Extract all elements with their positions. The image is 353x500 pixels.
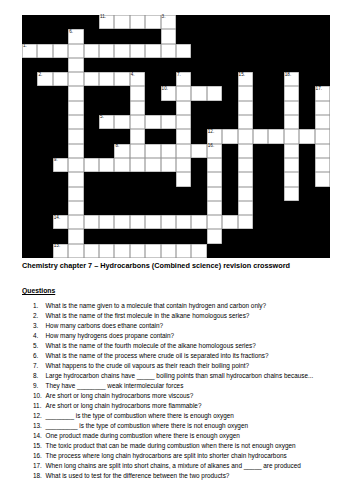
block-cell xyxy=(222,144,237,158)
block-cell xyxy=(299,101,314,115)
cell-r2c2[interactable] xyxy=(53,44,68,58)
block-cell xyxy=(176,229,191,243)
cell-r4c7[interactable]: 4. xyxy=(130,72,145,86)
cell-r9c14[interactable] xyxy=(238,144,253,158)
cell-r9c3[interactable] xyxy=(68,144,83,158)
block-cell xyxy=(315,72,330,86)
block-cell xyxy=(207,244,222,258)
cell-r5c17[interactable] xyxy=(284,86,299,100)
cell-r0c7[interactable] xyxy=(130,15,145,29)
block-cell xyxy=(268,15,283,29)
block-cell xyxy=(222,86,237,100)
block-cell xyxy=(161,129,176,143)
block-cell xyxy=(268,144,283,158)
block-cell xyxy=(84,101,99,115)
question-number: 16. xyxy=(33,451,46,461)
block-cell xyxy=(37,86,52,100)
cell-r11c14[interactable] xyxy=(238,172,253,186)
block-cell xyxy=(37,187,52,201)
questions-heading: Questions xyxy=(22,287,55,294)
block-cell xyxy=(222,201,237,215)
block-cell xyxy=(161,172,176,186)
block-cell xyxy=(145,29,160,43)
block-cell xyxy=(238,229,253,243)
block-cell xyxy=(145,229,160,243)
block-cell xyxy=(37,172,52,186)
block-cell xyxy=(99,101,114,115)
block-cell xyxy=(114,29,129,43)
block-cell xyxy=(268,86,283,100)
question-number: 3. xyxy=(33,321,46,331)
question-item: 9.They have ________ weak intermolecular… xyxy=(33,381,348,391)
block-cell xyxy=(222,244,237,258)
cell-r4c4[interactable] xyxy=(84,72,99,86)
question-item: 15.The toxic product that can be made du… xyxy=(33,441,348,451)
block-cell xyxy=(37,229,52,243)
cell-r16c8[interactable] xyxy=(145,244,160,258)
block-cell xyxy=(22,115,37,129)
question-text: What is the name of the first molecule i… xyxy=(46,311,349,321)
block-cell xyxy=(315,187,330,201)
cell-r13c14[interactable] xyxy=(238,201,253,215)
cell-r7c5[interactable]: 5. xyxy=(99,115,114,129)
cell-r16c3[interactable] xyxy=(68,244,83,258)
block-cell xyxy=(99,58,114,72)
cell-r7c7[interactable] xyxy=(130,115,145,129)
block-cell xyxy=(299,72,314,86)
question-item: 16.The process where long chain hydrocar… xyxy=(33,451,348,461)
block-cell xyxy=(145,86,160,100)
block-cell xyxy=(176,58,191,72)
block-cell xyxy=(253,244,268,258)
cell-r8c7[interactable] xyxy=(130,129,145,143)
block-cell xyxy=(222,115,237,129)
cell-r6c3[interactable] xyxy=(68,101,83,115)
block-cell xyxy=(299,215,314,229)
cell-r9c12[interactable]: 16. xyxy=(207,144,222,158)
clue-number: 12. xyxy=(208,130,214,135)
block-cell xyxy=(53,58,68,72)
clue-number: 10. xyxy=(162,87,168,92)
cell-r2c10[interactable] xyxy=(176,44,191,58)
cell-r7c14[interactable] xyxy=(238,115,253,129)
block-cell xyxy=(268,172,283,186)
block-cell xyxy=(238,244,253,258)
cell-r9c17[interactable] xyxy=(284,144,299,158)
questions-list: 1.What is the name given to a molecule t… xyxy=(33,301,348,481)
block-cell xyxy=(22,72,37,86)
block-cell xyxy=(145,129,160,143)
question-number: 14. xyxy=(33,431,46,441)
cell-r2c6[interactable] xyxy=(114,44,129,58)
cell-r0c5[interactable]: 11. xyxy=(99,15,114,29)
block-cell xyxy=(99,129,114,143)
cell-r15c12[interactable] xyxy=(207,229,222,243)
block-cell xyxy=(299,244,314,258)
block-cell xyxy=(191,101,206,115)
block-cell xyxy=(253,172,268,186)
cell-r14c4[interactable] xyxy=(84,215,99,229)
cell-r11c3[interactable] xyxy=(68,172,83,186)
clue-number: 8. xyxy=(115,144,119,149)
block-cell xyxy=(222,187,237,201)
cell-r5c11[interactable] xyxy=(191,86,206,100)
cell-r7c9[interactable] xyxy=(161,115,176,129)
block-cell xyxy=(130,229,145,243)
cell-r9c11[interactable] xyxy=(191,144,206,158)
cell-r2c3[interactable] xyxy=(68,44,83,58)
block-cell xyxy=(315,244,330,258)
block-cell xyxy=(268,115,283,129)
block-cell xyxy=(99,29,114,43)
cell-r14c7[interactable] xyxy=(130,215,145,229)
question-item: 14.One product made during combustion wh… xyxy=(33,431,348,441)
block-cell xyxy=(84,187,99,201)
clue-number: 3. xyxy=(162,15,166,20)
clue-number: 14. xyxy=(54,216,60,221)
cell-r7c3[interactable] xyxy=(68,115,83,129)
question-number: 10. xyxy=(33,391,46,401)
clue-number: 18. xyxy=(285,73,291,78)
cell-r2c4[interactable] xyxy=(84,44,99,58)
cell-r8c17[interactable] xyxy=(284,129,299,143)
cell-r5c14[interactable] xyxy=(238,86,253,100)
cell-r10c4[interactable] xyxy=(84,158,99,172)
cell-r5c12[interactable] xyxy=(207,86,222,100)
question-number: 5. xyxy=(33,341,46,351)
block-cell xyxy=(268,101,283,115)
cell-r14c9[interactable] xyxy=(161,215,176,229)
cell-r13c3[interactable] xyxy=(68,201,83,215)
block-cell xyxy=(299,187,314,201)
cell-r12c3[interactable] xyxy=(68,187,83,201)
block-cell xyxy=(114,201,129,215)
clue-number: 11. xyxy=(100,15,106,20)
block-cell xyxy=(22,187,37,201)
block-cell xyxy=(161,229,176,243)
question-number: 11. xyxy=(33,401,46,411)
cell-r10c12[interactable] xyxy=(207,158,222,172)
cell-r14c10[interactable] xyxy=(176,215,191,229)
cell-r10c6[interactable] xyxy=(114,158,129,172)
cell-r2c8[interactable] xyxy=(145,44,160,58)
cell-r6c14[interactable] xyxy=(238,101,253,115)
question-text: They have ________ weak intermolecular f… xyxy=(46,381,349,391)
block-cell xyxy=(130,201,145,215)
cell-r8c3[interactable] xyxy=(68,129,83,143)
worksheet-page: 11.3.6.1.2.4.7.15.18.10.17.5.12.8.16.9.1… xyxy=(0,0,353,500)
cell-r4c3[interactable] xyxy=(68,72,83,86)
block-cell xyxy=(114,58,129,72)
cell-r7c19[interactable] xyxy=(315,115,330,129)
cell-r14c8[interactable] xyxy=(145,215,160,229)
block-cell xyxy=(145,58,160,72)
question-item: 12.________ is the type of combustion wh… xyxy=(33,411,348,421)
cell-r16c5[interactable] xyxy=(99,244,114,258)
cell-r14c6[interactable] xyxy=(114,215,129,229)
cell-r8c14[interactable] xyxy=(238,129,253,143)
block-cell xyxy=(53,129,68,143)
cell-r10c19[interactable] xyxy=(315,158,330,172)
block-cell xyxy=(268,44,283,58)
cell-r8c12[interactable]: 12. xyxy=(207,129,222,143)
cell-r10c2[interactable]: 9. xyxy=(53,158,68,172)
cell-r10c17[interactable] xyxy=(284,158,299,172)
cell-r1c9[interactable] xyxy=(161,29,176,43)
cell-r16c10[interactable] xyxy=(176,244,191,258)
cell-r5c10[interactable] xyxy=(176,86,191,100)
block-cell xyxy=(130,58,145,72)
block-cell xyxy=(191,158,206,172)
block-cell xyxy=(130,29,145,43)
cell-r15c3[interactable] xyxy=(68,229,83,243)
block-cell xyxy=(222,229,237,243)
block-cell xyxy=(161,201,176,215)
cell-r7c8[interactable] xyxy=(145,115,160,129)
cell-r9c7[interactable] xyxy=(130,144,145,158)
block-cell xyxy=(191,229,206,243)
block-cell xyxy=(191,172,206,186)
block-cell xyxy=(253,58,268,72)
block-cell xyxy=(253,101,268,115)
block-cell xyxy=(53,172,68,186)
block-cell xyxy=(22,244,37,258)
cell-r6c10[interactable] xyxy=(176,101,191,115)
block-cell xyxy=(222,44,237,58)
cell-r16c7[interactable] xyxy=(130,244,145,258)
clue-number: 15. xyxy=(239,73,245,78)
cell-r2c9[interactable] xyxy=(161,44,176,58)
question-number: 13. xyxy=(33,421,46,431)
cell-r4c14[interactable]: 15. xyxy=(238,72,253,86)
block-cell xyxy=(145,172,160,186)
block-cell xyxy=(191,29,206,43)
cell-r4c2[interactable] xyxy=(53,72,68,86)
clue-number: 1. xyxy=(23,44,27,49)
cell-r4c1[interactable]: 2. xyxy=(37,72,52,86)
block-cell xyxy=(268,201,283,215)
clue-number: 9. xyxy=(54,158,58,163)
block-cell xyxy=(161,58,176,72)
question-text: What is used to test for the difference … xyxy=(46,471,349,481)
cell-r7c10[interactable] xyxy=(176,115,191,129)
cell-r7c17[interactable] xyxy=(284,115,299,129)
block-cell xyxy=(299,29,314,43)
cell-r5c3[interactable] xyxy=(68,86,83,100)
question-item: 5.What is the name of the fourth molecul… xyxy=(33,341,348,351)
cell-r8c13[interactable] xyxy=(222,129,237,143)
block-cell xyxy=(22,15,37,29)
block-cell xyxy=(53,187,68,201)
cell-r9c10[interactable] xyxy=(176,144,191,158)
block-cell xyxy=(191,129,206,143)
block-cell xyxy=(268,29,283,43)
block-cell xyxy=(238,29,253,43)
cell-r2c0[interactable]: 1. xyxy=(22,44,37,58)
question-number: 2. xyxy=(33,311,46,321)
cell-r14c3[interactable] xyxy=(68,215,83,229)
question-item: 4.How many hydrogens does propane contai… xyxy=(33,331,348,341)
cell-r10c8[interactable] xyxy=(145,158,160,172)
question-text: ________ is the type of combustion where… xyxy=(46,411,349,421)
question-number: 1. xyxy=(33,301,46,311)
block-cell xyxy=(253,229,268,243)
block-cell xyxy=(268,158,283,172)
cell-r16c6[interactable] xyxy=(114,244,129,258)
cell-r10c9[interactable] xyxy=(161,158,176,172)
block-cell xyxy=(284,15,299,29)
cell-r14c2[interactable]: 14. xyxy=(53,215,68,229)
cell-r14c11[interactable] xyxy=(191,215,206,229)
cell-r10c10[interactable] xyxy=(176,158,191,172)
question-item: 6.What is the name of the process where … xyxy=(33,351,348,361)
block-cell xyxy=(222,172,237,186)
block-cell xyxy=(53,15,68,29)
block-cell xyxy=(299,44,314,58)
question-item: 11.Are short or long chain hydrocarbons … xyxy=(33,401,348,411)
question-text: The toxic product that can be made durin… xyxy=(46,441,349,451)
cell-r11c10[interactable] xyxy=(176,172,191,186)
cell-r10c14[interactable] xyxy=(238,158,253,172)
block-cell xyxy=(161,187,176,201)
block-cell xyxy=(253,215,268,229)
cell-r8c10[interactable] xyxy=(176,129,191,143)
block-cell xyxy=(22,172,37,186)
cell-r3c3[interactable] xyxy=(68,58,83,72)
cell-r12c12[interactable] xyxy=(207,187,222,201)
cell-r8c16[interactable] xyxy=(268,129,283,143)
block-cell xyxy=(191,72,206,86)
block-cell xyxy=(315,29,330,43)
cell-r8c15[interactable] xyxy=(253,129,268,143)
question-text: Large hydrocarbon chains have _____ boil… xyxy=(46,371,349,381)
cell-r16c11[interactable] xyxy=(191,244,206,258)
question-number: 4. xyxy=(33,331,46,341)
block-cell xyxy=(37,29,52,43)
block-cell xyxy=(84,144,99,158)
cell-r11c12[interactable] xyxy=(207,172,222,186)
cell-r14c13[interactable] xyxy=(222,215,237,229)
block-cell xyxy=(238,58,253,72)
cell-r4c6[interactable] xyxy=(114,72,129,86)
block-cell xyxy=(284,215,299,229)
block-cell xyxy=(253,29,268,43)
cell-r11c17[interactable] xyxy=(284,172,299,186)
clue-number: 4. xyxy=(131,73,135,78)
question-text: When long chains are split into short ch… xyxy=(46,461,349,471)
block-cell xyxy=(37,101,52,115)
question-number: 15. xyxy=(33,441,46,451)
block-cell xyxy=(299,172,314,186)
cell-r16c2[interactable]: 13. xyxy=(53,244,68,258)
question-number: 6. xyxy=(33,351,46,361)
cell-r0c8[interactable] xyxy=(145,15,160,29)
cell-r14c14[interactable] xyxy=(238,215,253,229)
block-cell xyxy=(191,115,206,129)
block-cell xyxy=(37,201,52,215)
block-cell xyxy=(207,15,222,29)
block-cell xyxy=(238,44,253,58)
cell-r14c12[interactable] xyxy=(207,215,222,229)
cell-r8c19[interactable] xyxy=(315,129,330,143)
cell-r0c9[interactable]: 3. xyxy=(161,15,176,29)
cell-r10c7[interactable] xyxy=(130,158,145,172)
cell-r4c5[interactable] xyxy=(99,72,114,86)
question-text: The process where long chain hydrocarbon… xyxy=(46,451,349,461)
block-cell xyxy=(284,201,299,215)
cell-r9c19[interactable] xyxy=(315,144,330,158)
cell-r1c3[interactable]: 6. xyxy=(68,29,83,43)
cell-r5c7[interactable] xyxy=(130,86,145,100)
block-cell xyxy=(191,201,206,215)
cell-r10c3[interactable] xyxy=(68,158,83,172)
clue-number: 13. xyxy=(54,244,60,249)
question-number: 18. xyxy=(33,471,46,481)
block-cell xyxy=(315,215,330,229)
cell-r9c6[interactable]: 8. xyxy=(114,144,129,158)
cell-r12c17[interactable] xyxy=(284,187,299,201)
block-cell xyxy=(191,187,206,201)
block-cell xyxy=(84,229,99,243)
block-cell xyxy=(37,215,52,229)
block-cell xyxy=(130,172,145,186)
cell-r9c8[interactable] xyxy=(145,144,160,158)
question-item: 18.What is used to test for the differen… xyxy=(33,471,348,481)
cell-r4c17[interactable]: 18. xyxy=(284,72,299,86)
block-cell xyxy=(268,72,283,86)
cell-r2c1[interactable] xyxy=(37,44,52,58)
block-cell xyxy=(114,86,129,100)
question-text: Are short or long chain hydrocarbons mor… xyxy=(46,391,349,401)
cell-r16c4[interactable] xyxy=(84,244,99,258)
cell-r6c7[interactable] xyxy=(130,101,145,115)
cell-r14c5[interactable] xyxy=(99,215,114,229)
block-cell xyxy=(253,44,268,58)
clue-number: 7. xyxy=(177,73,181,78)
block-cell xyxy=(176,187,191,201)
cell-r11c19[interactable] xyxy=(315,172,330,186)
cell-r4c10[interactable]: 7. xyxy=(176,72,191,86)
block-cell xyxy=(37,158,52,172)
block-cell xyxy=(299,144,314,158)
block-cell xyxy=(84,29,99,43)
cell-r7c6[interactable] xyxy=(114,115,129,129)
block-cell xyxy=(22,29,37,43)
cell-r0c6[interactable] xyxy=(114,15,129,29)
block-cell xyxy=(238,15,253,29)
block-cell xyxy=(253,86,268,100)
cell-r6c17[interactable] xyxy=(284,101,299,115)
block-cell xyxy=(315,229,330,243)
cell-r6c19[interactable] xyxy=(315,101,330,115)
cell-r12c14[interactable] xyxy=(238,187,253,201)
cell-r5c9[interactable]: 10. xyxy=(161,86,176,100)
question-number: 8. xyxy=(33,371,46,381)
cell-r2c5[interactable] xyxy=(99,44,114,58)
question-text: What is the name given to a molecule tha… xyxy=(46,301,349,311)
cell-r10c5[interactable] xyxy=(99,158,114,172)
cell-r8c18[interactable] xyxy=(299,129,314,143)
cell-r2c7[interactable] xyxy=(130,44,145,58)
cell-r9c9[interactable] xyxy=(161,144,176,158)
block-cell xyxy=(53,101,68,115)
question-text: _________ is the type of combustion wher… xyxy=(46,421,349,431)
cell-r13c12[interactable] xyxy=(207,201,222,215)
block-cell xyxy=(22,58,37,72)
block-cell xyxy=(253,144,268,158)
cell-r16c9[interactable] xyxy=(161,244,176,258)
cell-r5c19[interactable]: 17. xyxy=(315,86,330,100)
